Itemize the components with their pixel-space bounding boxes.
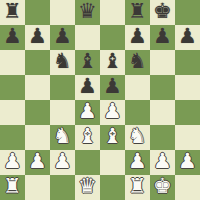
square-c7[interactable]: ♟ <box>50 25 75 50</box>
square-d6[interactable]: ♝ <box>75 50 100 75</box>
square-d8[interactable]: ♛ <box>75 0 100 25</box>
piece-black-bishop[interactable]: ♝ <box>78 50 97 74</box>
square-d2[interactable] <box>75 150 100 175</box>
piece-white-pawn[interactable]: ♟ <box>28 150 47 174</box>
piece-white-pawn[interactable]: ♟ <box>3 150 22 174</box>
square-a7[interactable]: ♟ <box>0 25 25 50</box>
square-e2[interactable] <box>100 150 125 175</box>
piece-black-rook[interactable]: ♜ <box>3 0 22 24</box>
piece-black-pawn[interactable]: ♟ <box>153 25 172 49</box>
square-c8[interactable] <box>50 0 75 25</box>
piece-white-rook[interactable]: ♜ <box>3 175 22 199</box>
piece-white-knight[interactable]: ♞ <box>53 125 72 149</box>
square-h1[interactable] <box>175 175 200 200</box>
square-e1[interactable] <box>100 175 125 200</box>
square-c1[interactable] <box>50 175 75 200</box>
square-a2[interactable]: ♟ <box>0 150 25 175</box>
square-g7[interactable]: ♟ <box>150 25 175 50</box>
square-b1[interactable] <box>25 175 50 200</box>
square-f3[interactable]: ♞ <box>125 125 150 150</box>
square-e7[interactable] <box>100 25 125 50</box>
piece-white-knight[interactable]: ♞ <box>128 125 147 149</box>
square-h7[interactable]: ♟ <box>175 25 200 50</box>
square-f6[interactable]: ♞ <box>125 50 150 75</box>
piece-black-pawn[interactable]: ♟ <box>178 25 197 49</box>
square-b8[interactable] <box>25 0 50 25</box>
piece-black-pawn[interactable]: ♟ <box>128 25 147 49</box>
piece-white-pawn[interactable]: ♟ <box>78 100 97 124</box>
square-g4[interactable] <box>150 100 175 125</box>
square-h2[interactable]: ♟ <box>175 150 200 175</box>
piece-black-rook[interactable]: ♜ <box>128 0 147 24</box>
piece-black-king[interactable]: ♚ <box>153 0 172 24</box>
square-c6[interactable]: ♞ <box>50 50 75 75</box>
square-a6[interactable] <box>0 50 25 75</box>
chess-board: ♜♛♜♚♟♟♟♟♟♟♞♝♝♞♟♟♟♟♞♝♝♞♟♟♟♟♟♟♜♛♜♚ <box>0 0 200 200</box>
square-f4[interactable] <box>125 100 150 125</box>
square-g3[interactable] <box>150 125 175 150</box>
piece-black-pawn[interactable]: ♟ <box>3 25 22 49</box>
square-b3[interactable] <box>25 125 50 150</box>
piece-black-queen[interactable]: ♛ <box>78 0 97 24</box>
piece-black-pawn[interactable]: ♟ <box>28 25 47 49</box>
square-g1[interactable]: ♚ <box>150 175 175 200</box>
piece-black-knight[interactable]: ♞ <box>128 50 147 74</box>
square-a1[interactable]: ♜ <box>0 175 25 200</box>
square-h5[interactable] <box>175 75 200 100</box>
square-c2[interactable]: ♟ <box>50 150 75 175</box>
square-e4[interactable]: ♟ <box>100 100 125 125</box>
square-d1[interactable]: ♛ <box>75 175 100 200</box>
piece-black-pawn[interactable]: ♟ <box>103 75 122 99</box>
piece-black-pawn[interactable]: ♟ <box>78 75 97 99</box>
square-d5[interactable]: ♟ <box>75 75 100 100</box>
square-f7[interactable]: ♟ <box>125 25 150 50</box>
piece-white-king[interactable]: ♚ <box>153 175 172 199</box>
square-e6[interactable]: ♝ <box>100 50 125 75</box>
square-c4[interactable] <box>50 100 75 125</box>
square-h8[interactable] <box>175 0 200 25</box>
square-b5[interactable] <box>25 75 50 100</box>
square-g6[interactable] <box>150 50 175 75</box>
square-f1[interactable]: ♜ <box>125 175 150 200</box>
square-d3[interactable]: ♝ <box>75 125 100 150</box>
piece-white-pawn[interactable]: ♟ <box>128 150 147 174</box>
square-d7[interactable] <box>75 25 100 50</box>
square-f5[interactable] <box>125 75 150 100</box>
square-e5[interactable]: ♟ <box>100 75 125 100</box>
square-h4[interactable] <box>175 100 200 125</box>
square-a5[interactable] <box>0 75 25 100</box>
square-a4[interactable] <box>0 100 25 125</box>
piece-white-bishop[interactable]: ♝ <box>78 125 97 149</box>
piece-white-pawn[interactable]: ♟ <box>53 150 72 174</box>
square-g2[interactable]: ♟ <box>150 150 175 175</box>
square-b2[interactable]: ♟ <box>25 150 50 175</box>
piece-white-queen[interactable]: ♛ <box>78 175 97 199</box>
square-a8[interactable]: ♜ <box>0 0 25 25</box>
square-f8[interactable]: ♜ <box>125 0 150 25</box>
square-h6[interactable] <box>175 50 200 75</box>
square-b6[interactable] <box>25 50 50 75</box>
piece-black-bishop[interactable]: ♝ <box>103 50 122 74</box>
square-d4[interactable]: ♟ <box>75 100 100 125</box>
square-b4[interactable] <box>25 100 50 125</box>
piece-black-pawn[interactable]: ♟ <box>53 25 72 49</box>
square-g8[interactable]: ♚ <box>150 0 175 25</box>
piece-white-pawn[interactable]: ♟ <box>178 150 197 174</box>
square-h3[interactable] <box>175 125 200 150</box>
square-e3[interactable]: ♝ <box>100 125 125 150</box>
piece-white-rook[interactable]: ♜ <box>128 175 147 199</box>
square-f2[interactable]: ♟ <box>125 150 150 175</box>
piece-white-pawn[interactable]: ♟ <box>153 150 172 174</box>
square-c5[interactable] <box>50 75 75 100</box>
square-c3[interactable]: ♞ <box>50 125 75 150</box>
square-e8[interactable] <box>100 0 125 25</box>
piece-white-bishop[interactable]: ♝ <box>103 125 122 149</box>
square-a3[interactable] <box>0 125 25 150</box>
square-b7[interactable]: ♟ <box>25 25 50 50</box>
piece-white-pawn[interactable]: ♟ <box>103 100 122 124</box>
piece-black-knight[interactable]: ♞ <box>53 50 72 74</box>
square-g5[interactable] <box>150 75 175 100</box>
